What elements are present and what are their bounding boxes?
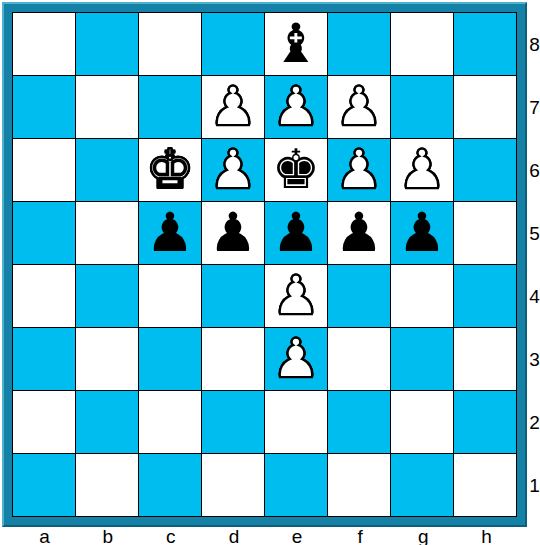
square-d6[interactable]: ♟ bbox=[202, 139, 264, 201]
rank-label-8: 8 bbox=[529, 13, 540, 76]
square-b6[interactable] bbox=[76, 139, 138, 201]
square-b2[interactable] bbox=[76, 391, 138, 453]
square-h2[interactable] bbox=[454, 391, 516, 453]
square-g2[interactable] bbox=[391, 391, 453, 453]
rank-label-6: 6 bbox=[529, 139, 540, 202]
square-f3[interactable] bbox=[328, 328, 390, 390]
square-h3[interactable] bbox=[454, 328, 516, 390]
chess-board: ♝♟♟♟♚♟♚♟♟♟♟♟♟♟♟♟ bbox=[12, 12, 517, 517]
rank-label-4: 4 bbox=[529, 266, 540, 329]
square-a4[interactable] bbox=[13, 265, 75, 327]
square-g7[interactable] bbox=[391, 76, 453, 138]
rank-label-1: 1 bbox=[529, 455, 540, 518]
square-b4[interactable] bbox=[76, 265, 138, 327]
file-label-h: h bbox=[455, 528, 518, 545]
rank-label-3: 3 bbox=[529, 329, 540, 392]
square-b8[interactable] bbox=[76, 13, 138, 75]
file-label-f: f bbox=[329, 528, 392, 545]
square-a5[interactable] bbox=[13, 202, 75, 264]
file-label-e: e bbox=[266, 528, 329, 545]
square-d5[interactable]: ♟ bbox=[202, 202, 264, 264]
square-c5[interactable]: ♟ bbox=[139, 202, 201, 264]
rank-label-7: 7 bbox=[529, 76, 540, 139]
piece-white-pawn[interactable]: ♟ bbox=[335, 76, 383, 138]
square-f2[interactable] bbox=[328, 391, 390, 453]
square-g5[interactable]: ♟ bbox=[391, 202, 453, 264]
file-label-b: b bbox=[76, 528, 139, 545]
square-e2[interactable] bbox=[265, 391, 327, 453]
square-c3[interactable] bbox=[139, 328, 201, 390]
square-c6[interactable]: ♚ bbox=[139, 139, 201, 201]
square-d2[interactable] bbox=[202, 391, 264, 453]
square-f7[interactable]: ♟ bbox=[328, 76, 390, 138]
square-f5[interactable]: ♟ bbox=[328, 202, 390, 264]
piece-white-pawn[interactable]: ♟ bbox=[209, 76, 257, 138]
piece-white-pawn[interactable]: ♟ bbox=[209, 139, 257, 201]
square-e3[interactable]: ♟ bbox=[265, 328, 327, 390]
piece-black-pawn[interactable]: ♟ bbox=[146, 202, 194, 264]
square-h5[interactable] bbox=[454, 202, 516, 264]
square-d8[interactable] bbox=[202, 13, 264, 75]
square-d4[interactable] bbox=[202, 265, 264, 327]
square-c7[interactable] bbox=[139, 76, 201, 138]
piece-black-bishop[interactable]: ♝ bbox=[272, 13, 320, 75]
rank-labels: 87654321 bbox=[529, 13, 540, 518]
square-c1[interactable] bbox=[139, 454, 201, 516]
piece-black-pawn[interactable]: ♟ bbox=[209, 202, 257, 264]
square-g8[interactable] bbox=[391, 13, 453, 75]
square-d1[interactable] bbox=[202, 454, 264, 516]
square-a3[interactable] bbox=[13, 328, 75, 390]
piece-white-pawn[interactable]: ♟ bbox=[272, 265, 320, 327]
square-e8[interactable]: ♝ bbox=[265, 13, 327, 75]
square-f8[interactable] bbox=[328, 13, 390, 75]
piece-white-pawn[interactable]: ♟ bbox=[335, 139, 383, 201]
square-a2[interactable] bbox=[13, 391, 75, 453]
square-g1[interactable] bbox=[391, 454, 453, 516]
piece-black-pawn[interactable]: ♟ bbox=[398, 202, 446, 264]
file-label-c: c bbox=[139, 528, 202, 545]
square-e6[interactable]: ♚ bbox=[265, 139, 327, 201]
rank-label-5: 5 bbox=[529, 202, 540, 265]
file-label-a: a bbox=[13, 528, 76, 545]
piece-white-pawn[interactable]: ♟ bbox=[272, 76, 320, 138]
square-d7[interactable]: ♟ bbox=[202, 76, 264, 138]
square-f6[interactable]: ♟ bbox=[328, 139, 390, 201]
square-c8[interactable] bbox=[139, 13, 201, 75]
square-d3[interactable] bbox=[202, 328, 264, 390]
square-b7[interactable] bbox=[76, 76, 138, 138]
square-e4[interactable]: ♟ bbox=[265, 265, 327, 327]
square-h8[interactable] bbox=[454, 13, 516, 75]
board-frame: ♝♟♟♟♚♟♚♟♟♟♟♟♟♟♟♟ bbox=[2, 2, 527, 527]
square-b5[interactable] bbox=[76, 202, 138, 264]
square-a8[interactable] bbox=[13, 13, 75, 75]
file-label-g: g bbox=[392, 528, 455, 545]
square-g6[interactable]: ♟ bbox=[391, 139, 453, 201]
square-a7[interactable] bbox=[13, 76, 75, 138]
square-f1[interactable] bbox=[328, 454, 390, 516]
piece-black-pawn[interactable]: ♟ bbox=[335, 202, 383, 264]
square-e5[interactable]: ♟ bbox=[265, 202, 327, 264]
piece-black-pawn[interactable]: ♟ bbox=[272, 202, 320, 264]
piece-white-pawn[interactable]: ♟ bbox=[272, 328, 320, 390]
square-e1[interactable] bbox=[265, 454, 327, 516]
square-c4[interactable] bbox=[139, 265, 201, 327]
file-label-d: d bbox=[202, 528, 265, 545]
square-f4[interactable] bbox=[328, 265, 390, 327]
square-a1[interactable] bbox=[13, 454, 75, 516]
chess-diagram: ♝♟♟♟♚♟♚♟♟♟♟♟♟♟♟♟ abcdefgh 87654321 bbox=[0, 0, 540, 545]
square-b3[interactable] bbox=[76, 328, 138, 390]
rank-label-2: 2 bbox=[529, 392, 540, 455]
square-g4[interactable] bbox=[391, 265, 453, 327]
square-h1[interactable] bbox=[454, 454, 516, 516]
square-g3[interactable] bbox=[391, 328, 453, 390]
file-labels: abcdefgh bbox=[13, 528, 518, 545]
square-h7[interactable] bbox=[454, 76, 516, 138]
square-e7[interactable]: ♟ bbox=[265, 76, 327, 138]
square-b1[interactable] bbox=[76, 454, 138, 516]
square-c2[interactable] bbox=[139, 391, 201, 453]
square-h6[interactable] bbox=[454, 139, 516, 201]
piece-white-king[interactable]: ♚ bbox=[146, 139, 194, 201]
piece-black-king[interactable]: ♚ bbox=[272, 139, 320, 201]
square-a6[interactable] bbox=[13, 139, 75, 201]
piece-white-pawn[interactable]: ♟ bbox=[398, 139, 446, 201]
square-h4[interactable] bbox=[454, 265, 516, 327]
